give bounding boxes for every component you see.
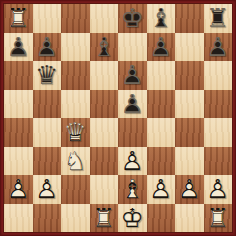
chessboard-frame: ♜♖♚♔♝♗♜♖♟♙♟♙♝♗♟♙♟♙♛♕♟♙♟♙♛♕♞♘♟♙♟♙♟♙♝♗♟♙♟♙… (0, 0, 236, 236)
square-d6[interactable] (90, 61, 119, 90)
black-queen-detail: ♕ (35, 61, 58, 89)
square-g8[interactable] (175, 4, 204, 33)
square-b8[interactable] (33, 4, 62, 33)
square-e6[interactable]: ♟♙ (118, 61, 147, 90)
square-g2[interactable]: ♟♙ (175, 175, 204, 204)
square-g1[interactable] (175, 204, 204, 233)
square-b3[interactable] (33, 147, 62, 176)
white-pawn-detail: ♙ (7, 175, 30, 203)
square-f2[interactable]: ♟♙ (147, 175, 176, 204)
square-a6[interactable] (4, 61, 33, 90)
white-rook-detail: ♖ (92, 204, 115, 232)
square-a1[interactable] (4, 204, 33, 233)
square-h6[interactable] (204, 61, 233, 90)
square-d3[interactable] (90, 147, 119, 176)
square-g7[interactable] (175, 33, 204, 62)
square-c6[interactable] (61, 61, 90, 90)
white-knight-detail: ♘ (64, 147, 87, 175)
black-pawn-detail: ♙ (149, 33, 172, 61)
square-c1[interactable] (61, 204, 90, 233)
square-b7[interactable]: ♟♙ (33, 33, 62, 62)
square-a3[interactable] (4, 147, 33, 176)
square-h2[interactable]: ♟♙ (204, 175, 233, 204)
square-e7[interactable] (118, 33, 147, 62)
square-g4[interactable] (175, 118, 204, 147)
square-f6[interactable] (147, 61, 176, 90)
square-f7[interactable]: ♟♙ (147, 33, 176, 62)
square-h1[interactable]: ♜♖ (204, 204, 233, 233)
white-pawn-detail: ♙ (178, 175, 201, 203)
square-f8[interactable]: ♝♗ (147, 4, 176, 33)
square-d8[interactable] (90, 4, 119, 33)
square-d7[interactable]: ♝♗ (90, 33, 119, 62)
black-pawn-detail: ♙ (35, 33, 58, 61)
square-h5[interactable] (204, 90, 233, 119)
square-g5[interactable] (175, 90, 204, 119)
square-e5[interactable]: ♟♙ (118, 90, 147, 119)
square-h7[interactable]: ♟♙ (204, 33, 233, 62)
square-b6[interactable]: ♛♕ (33, 61, 62, 90)
square-f5[interactable] (147, 90, 176, 119)
black-pawn-detail: ♙ (7, 33, 30, 61)
square-c3[interactable]: ♞♘ (61, 147, 90, 176)
square-a8[interactable]: ♜♖ (4, 4, 33, 33)
black-bishop-detail: ♗ (92, 33, 115, 61)
square-c5[interactable] (61, 90, 90, 119)
square-a2[interactable]: ♟♙ (4, 175, 33, 204)
square-e4[interactable] (118, 118, 147, 147)
white-rook-detail: ♖ (206, 204, 229, 232)
square-c7[interactable] (61, 33, 90, 62)
black-king-detail: ♔ (121, 4, 144, 32)
white-rook-detail: ♖ (7, 4, 30, 32)
square-h8[interactable]: ♜♖ (204, 4, 233, 33)
square-d4[interactable] (90, 118, 119, 147)
square-d2[interactable] (90, 175, 119, 204)
white-pawn-detail: ♙ (206, 175, 229, 203)
black-rook-detail: ♖ (206, 4, 229, 32)
square-c4[interactable]: ♛♕ (61, 118, 90, 147)
chessboard: ♜♖♚♔♝♗♜♖♟♙♟♙♝♗♟♙♟♙♛♕♟♙♟♙♛♕♞♘♟♙♟♙♟♙♝♗♟♙♟♙… (4, 4, 232, 232)
square-f1[interactable] (147, 204, 176, 233)
square-b4[interactable] (33, 118, 62, 147)
black-pawn-detail: ♙ (206, 33, 229, 61)
square-a5[interactable] (4, 90, 33, 119)
square-e1[interactable]: ♚♔ (118, 204, 147, 233)
black-pawn-detail: ♙ (121, 90, 144, 118)
square-e2[interactable]: ♝♗ (118, 175, 147, 204)
square-d1[interactable]: ♜♖ (90, 204, 119, 233)
square-f4[interactable] (147, 118, 176, 147)
square-e3[interactable]: ♟♙ (118, 147, 147, 176)
white-pawn-detail: ♙ (35, 175, 58, 203)
square-g3[interactable] (175, 147, 204, 176)
square-f3[interactable] (147, 147, 176, 176)
square-b5[interactable] (33, 90, 62, 119)
square-b1[interactable] (33, 204, 62, 233)
white-pawn-detail: ♙ (121, 147, 144, 175)
square-a7[interactable]: ♟♙ (4, 33, 33, 62)
square-b2[interactable]: ♟♙ (33, 175, 62, 204)
white-pawn-detail: ♙ (149, 175, 172, 203)
square-h3[interactable] (204, 147, 233, 176)
square-e8[interactable]: ♚♔ (118, 4, 147, 33)
square-d5[interactable] (90, 90, 119, 119)
white-queen-detail: ♕ (64, 118, 87, 146)
white-bishop-detail: ♗ (121, 175, 144, 203)
black-bishop-detail: ♗ (149, 4, 172, 32)
white-king-detail: ♔ (121, 204, 144, 232)
square-c8[interactable] (61, 4, 90, 33)
square-a4[interactable] (4, 118, 33, 147)
square-c2[interactable] (61, 175, 90, 204)
black-pawn-detail: ♙ (121, 61, 144, 89)
square-g6[interactable] (175, 61, 204, 90)
square-h4[interactable] (204, 118, 233, 147)
